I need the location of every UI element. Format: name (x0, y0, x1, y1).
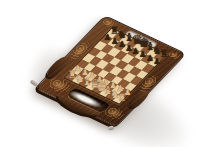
carving-ornament (166, 50, 182, 61)
carving-ornament (101, 18, 117, 29)
product-photo-scene: ♜♞♝♛♚♝♞♜♟♟♟♟♟♟♟♟♟♟♟♟♟♟♟♟♜♞♝♛♚♝♞♜ (0, 0, 220, 147)
